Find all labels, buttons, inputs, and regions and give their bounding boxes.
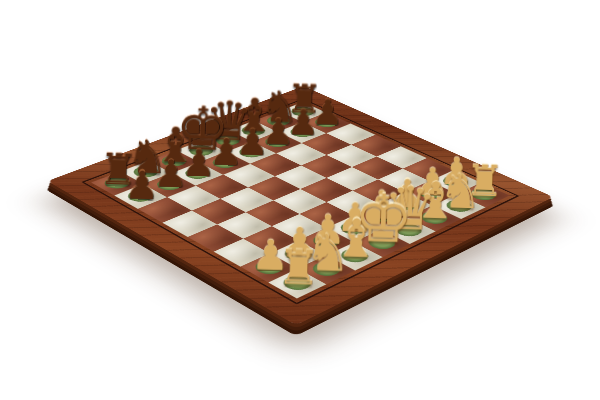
product-photo-stage: ♜♞♝♚♛♝♞♜♟♟♟♟♟♟♟♟♟♟♟♟♟♟♟♟♜♞♝♚♛♝♞♜ xyxy=(0,0,600,400)
board-inlay-line: ♜♞♝♚♛♝♞♜♟♟♟♟♟♟♟♟♟♟♟♟♟♟♟♟♜♞♝♚♛♝♞♜ xyxy=(81,98,519,304)
square-h1: ♜ xyxy=(268,269,326,299)
board-scene: ♜♞♝♚♛♝♞♜♟♟♟♟♟♟♟♟♟♟♟♟♟♟♟♟♜♞♝♚♛♝♞♜ xyxy=(0,0,600,400)
chess-board-frame: ♜♞♝♚♛♝♞♜♟♟♟♟♟♟♟♟♟♟♟♟♟♟♟♟♜♞♝♚♛♝♞♜ xyxy=(47,86,553,325)
board-squares-grid: ♜♞♝♚♛♝♞♜♟♟♟♟♟♟♟♟♟♟♟♟♟♟♟♟♜♞♝♚♛♝♞♜ xyxy=(91,102,509,299)
